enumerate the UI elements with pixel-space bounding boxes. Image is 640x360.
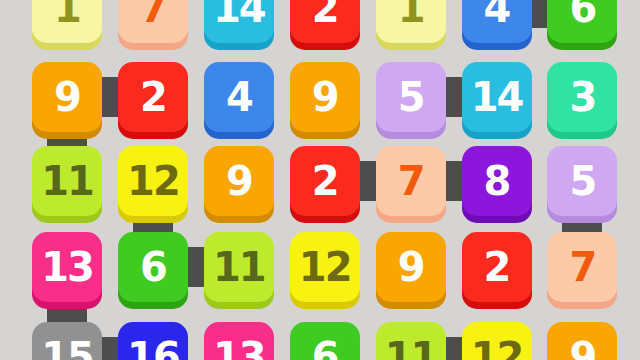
tile[interactable]: 1: [376, 0, 446, 43]
tile-number: 5: [376, 62, 446, 132]
tile-number: 9: [376, 232, 446, 302]
tile-number: 13: [32, 232, 102, 302]
tile[interactable]: 16: [118, 322, 188, 360]
tile-number: 7: [376, 146, 446, 216]
tile-number: 6: [118, 232, 188, 302]
tile[interactable]: 13: [204, 322, 274, 360]
tile[interactable]: 9: [290, 62, 360, 132]
tile[interactable]: 2: [118, 62, 188, 132]
tile-number: 9: [290, 62, 360, 132]
tile[interactable]: 6: [290, 322, 360, 360]
tile[interactable]: 14: [462, 62, 532, 132]
tile[interactable]: 7: [118, 0, 188, 43]
tile[interactable]: 9: [32, 62, 102, 132]
tile-number: 8: [462, 146, 532, 216]
tile-number: 9: [204, 146, 274, 216]
tile-number: 14: [204, 0, 274, 43]
tile-number: 11: [32, 146, 102, 216]
tile-number: 14: [462, 62, 532, 132]
tile-number: 11: [204, 232, 274, 302]
tile[interactable]: 2: [462, 232, 532, 302]
game-board: 1714214692495143111292785136111292715161…: [0, 0, 640, 360]
tile-number: 7: [118, 0, 188, 43]
tile[interactable]: 9: [376, 232, 446, 302]
tile-number: 11: [376, 322, 446, 360]
tile[interactable]: 11: [32, 146, 102, 216]
tile-number: 7: [547, 232, 617, 302]
tile[interactable]: 4: [204, 62, 274, 132]
tile[interactable]: 12: [290, 232, 360, 302]
tile[interactable]: 2: [290, 146, 360, 216]
tile-number: 1: [376, 0, 446, 43]
tile[interactable]: 14: [204, 0, 274, 43]
tile[interactable]: 12: [462, 322, 532, 360]
tile-number: 12: [290, 232, 360, 302]
tile-number: 2: [118, 62, 188, 132]
tile[interactable]: 6: [118, 232, 188, 302]
tile[interactable]: 3: [547, 62, 617, 132]
tile-number: 6: [547, 0, 617, 43]
tile-number: 9: [547, 322, 617, 360]
tile-number: 6: [290, 322, 360, 360]
tile[interactable]: 5: [547, 146, 617, 216]
tile-number: 12: [118, 146, 188, 216]
tile[interactable]: 8: [462, 146, 532, 216]
tile[interactable]: 9: [547, 322, 617, 360]
tile-number: 13: [204, 322, 274, 360]
tile-number: 2: [462, 232, 532, 302]
tile[interactable]: 2: [290, 0, 360, 43]
tile[interactable]: 15: [32, 322, 102, 360]
tile[interactable]: 12: [118, 146, 188, 216]
tile-number: 2: [290, 0, 360, 43]
tile-number: 12: [462, 322, 532, 360]
tile-number: 16: [118, 322, 188, 360]
tile-number: 15: [32, 322, 102, 360]
tile-number: 9: [32, 62, 102, 132]
tile[interactable]: 4: [462, 0, 532, 43]
tile-number: 4: [204, 62, 274, 132]
tile-number: 4: [462, 0, 532, 43]
tile[interactable]: 11: [204, 232, 274, 302]
tile[interactable]: 1: [32, 0, 102, 43]
tile-number: 2: [290, 146, 360, 216]
tile-number: 5: [547, 146, 617, 216]
tile[interactable]: 13: [32, 232, 102, 302]
tile[interactable]: 9: [204, 146, 274, 216]
tile-number: 3: [547, 62, 617, 132]
tile[interactable]: 5: [376, 62, 446, 132]
tile[interactable]: 6: [547, 0, 617, 43]
tile-number: 1: [32, 0, 102, 43]
tile[interactable]: 7: [547, 232, 617, 302]
tile[interactable]: 7: [376, 146, 446, 216]
tile[interactable]: 11: [376, 322, 446, 360]
